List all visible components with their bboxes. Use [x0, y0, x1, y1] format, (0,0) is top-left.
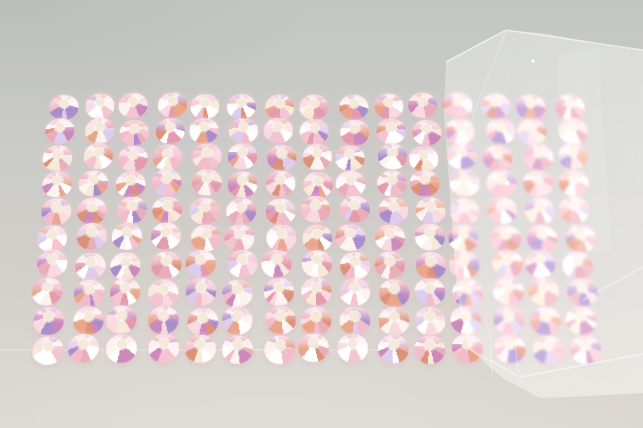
- rhinestone: [265, 198, 295, 225]
- rhinestone: [374, 94, 404, 119]
- rhinestone: [415, 252, 446, 280]
- rhinestone: [337, 334, 368, 363]
- rhinestone: [84, 118, 115, 144]
- rhinestone: [40, 198, 72, 225]
- rhinestone: [83, 143, 114, 169]
- rhinestone: [228, 143, 258, 169]
- rhinestone: [118, 93, 148, 118]
- rhinestone: [378, 197, 408, 224]
- rhinestone: [302, 225, 332, 252]
- rhinestone: [374, 252, 405, 280]
- rhinestone: [226, 198, 256, 225]
- rhinestone: [263, 118, 293, 144]
- rhinestone: [222, 306, 253, 334]
- rhinestone: [340, 120, 370, 146]
- rhinestone: [303, 172, 333, 198]
- rhinestone: [415, 197, 446, 224]
- rhinestone: [48, 95, 79, 120]
- rhinestone: [300, 119, 329, 145]
- rhinestone: [147, 280, 179, 308]
- rhinestone: [109, 278, 141, 306]
- rhinestone: [340, 95, 369, 120]
- rhinestone: [185, 250, 216, 278]
- rhinestone: [189, 198, 220, 225]
- rhinestone: [224, 225, 255, 252]
- rhinestone: [265, 306, 296, 334]
- rhinestone: [340, 307, 371, 335]
- rhinestone: [266, 224, 296, 251]
- rhinestone: [105, 306, 137, 334]
- rhinestone: [301, 278, 332, 306]
- rhinestone: [298, 333, 329, 362]
- rhinestone: [299, 95, 328, 120]
- rhinestone: [185, 278, 216, 306]
- rhinestone: [111, 223, 142, 250]
- rhinestone: [377, 335, 409, 364]
- rhinestone: [190, 225, 221, 252]
- rhinestone: [150, 251, 181, 279]
- rhinestone: [266, 145, 296, 171]
- rhinestone: [227, 94, 257, 119]
- rhinestone: [85, 94, 116, 119]
- rhinestone: [379, 279, 410, 307]
- rhinestone: [301, 307, 332, 335]
- rhinestone: [78, 170, 109, 196]
- rhinestone: [151, 197, 182, 224]
- rhinestone: [31, 278, 63, 306]
- rhinestone: [157, 92, 187, 117]
- rhinestone: [335, 145, 365, 171]
- rhinestone: [147, 306, 179, 334]
- rhinestone: [110, 252, 142, 280]
- rhinestone: [119, 120, 150, 146]
- rhinestone: [152, 145, 183, 171]
- rhinestone: [229, 118, 259, 144]
- rhinestone: [76, 223, 108, 250]
- rhinestone: [414, 278, 445, 306]
- rhinestone: [264, 335, 295, 364]
- rhinestone: [265, 95, 294, 120]
- rhinestone: [340, 278, 371, 306]
- rhinestone: [41, 145, 72, 171]
- rhinestone: [376, 119, 406, 145]
- rhinestone: [261, 250, 292, 278]
- rhinestone: [76, 198, 108, 225]
- rhinestone: [302, 250, 332, 278]
- rhinestone: [410, 170, 440, 196]
- rhinestone: [187, 308, 219, 336]
- rhinestone: [414, 224, 445, 251]
- rhinestone: [228, 172, 258, 198]
- rhinestone: [408, 93, 438, 118]
- rhinestone: [302, 144, 332, 170]
- rhinestone: [412, 120, 442, 146]
- rhinestone: [378, 307, 409, 335]
- rhinestone: [36, 250, 68, 278]
- rhinestone: [150, 223, 181, 250]
- rhinestone: [192, 144, 222, 170]
- rhinestone: [263, 278, 294, 306]
- rhinestone: [155, 118, 185, 144]
- rhinestone: [115, 171, 146, 197]
- rhinestone: [300, 196, 330, 223]
- rhinestone: [336, 224, 366, 251]
- rhinestone: [32, 307, 65, 335]
- rhinestone: [192, 169, 222, 195]
- rhinestone: [340, 196, 370, 223]
- rhinestone: [377, 144, 407, 170]
- rhinestone: [190, 94, 220, 119]
- rhinestone: [265, 170, 295, 196]
- rhinestone: [336, 171, 366, 197]
- rhinestone: [377, 170, 407, 196]
- photo-scene: [0, 0, 643, 428]
- rhinestone: [72, 307, 104, 335]
- rhinestone: [374, 224, 405, 251]
- rhinestone: [118, 146, 149, 172]
- rhinestone: [117, 197, 148, 224]
- rhinestone: [41, 171, 73, 197]
- rhinestone: [414, 335, 446, 364]
- rhinestone: [340, 252, 371, 280]
- rhinestone: [44, 118, 75, 144]
- rhinestone: [222, 280, 253, 308]
- rhinestone: [73, 279, 105, 307]
- rhinestone: [151, 169, 182, 195]
- rhinestone: [36, 225, 68, 252]
- rhinestone: [409, 146, 439, 172]
- rhinestone: [74, 252, 106, 280]
- rhinestone: [414, 307, 446, 335]
- rhinestone: [227, 250, 258, 278]
- rhinestone: [189, 118, 219, 144]
